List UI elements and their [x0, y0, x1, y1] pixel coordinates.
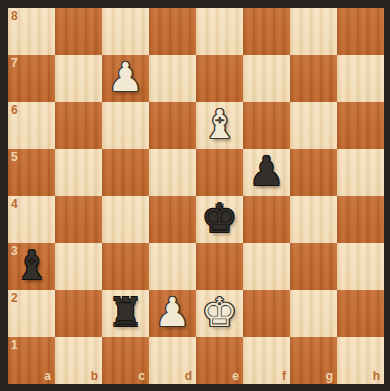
square-c1[interactable]: c: [102, 337, 149, 384]
square-d4[interactable]: [149, 196, 196, 243]
square-a3[interactable]: 3♝: [8, 243, 55, 290]
white-king-piece[interactable]: ♚: [202, 289, 238, 336]
square-c7[interactable]: ♟: [102, 55, 149, 102]
square-b8[interactable]: [55, 8, 102, 55]
square-h6[interactable]: [337, 102, 384, 149]
square-e4[interactable]: ♚: [196, 196, 243, 243]
file-label-c: c: [138, 369, 145, 383]
black-pawn-piece[interactable]: ♟: [249, 148, 285, 195]
square-h4[interactable]: [337, 196, 384, 243]
square-d8[interactable]: [149, 8, 196, 55]
white-bishop-piece[interactable]: ♝: [202, 101, 238, 148]
black-bishop-piece[interactable]: ♝: [14, 242, 50, 289]
file-label-b: b: [91, 369, 98, 383]
square-f1[interactable]: f: [243, 337, 290, 384]
square-g2[interactable]: [290, 290, 337, 337]
square-h2[interactable]: [337, 290, 384, 337]
rank-label-6: 6: [11, 103, 18, 117]
square-f3[interactable]: [243, 243, 290, 290]
square-g8[interactable]: [290, 8, 337, 55]
square-f2[interactable]: [243, 290, 290, 337]
rank-label-2: 2: [11, 291, 18, 305]
square-b2[interactable]: [55, 290, 102, 337]
square-d3[interactable]: [149, 243, 196, 290]
rank-label-4: 4: [11, 197, 18, 211]
file-label-d: d: [185, 369, 192, 383]
rank-label-5: 5: [11, 150, 18, 164]
square-f7[interactable]: [243, 55, 290, 102]
square-h7[interactable]: [337, 55, 384, 102]
square-e2[interactable]: ♚: [196, 290, 243, 337]
square-d2[interactable]: ♟: [149, 290, 196, 337]
square-d5[interactable]: [149, 149, 196, 196]
square-f8[interactable]: [243, 8, 290, 55]
square-g7[interactable]: [290, 55, 337, 102]
square-a1[interactable]: 1a: [8, 337, 55, 384]
square-b5[interactable]: [55, 149, 102, 196]
square-e7[interactable]: [196, 55, 243, 102]
square-h8[interactable]: [337, 8, 384, 55]
square-a2[interactable]: 2: [8, 290, 55, 337]
white-pawn-piece[interactable]: ♟: [155, 289, 191, 336]
square-g6[interactable]: [290, 102, 337, 149]
square-c4[interactable]: [102, 196, 149, 243]
chess-board: 87♟6♝5♟4♚3♝2♜♟♚1abcdefgh: [8, 8, 384, 384]
square-e5[interactable]: [196, 149, 243, 196]
file-label-g: g: [326, 369, 333, 383]
square-a6[interactable]: 6: [8, 102, 55, 149]
white-pawn-piece[interactable]: ♟: [108, 54, 144, 101]
square-d1[interactable]: d: [149, 337, 196, 384]
square-f6[interactable]: [243, 102, 290, 149]
square-c3[interactable]: [102, 243, 149, 290]
black-rook-piece[interactable]: ♜: [108, 289, 144, 336]
board-frame: 87♟6♝5♟4♚3♝2♜♟♚1abcdefgh: [0, 0, 390, 391]
square-f4[interactable]: [243, 196, 290, 243]
square-a5[interactable]: 5: [8, 149, 55, 196]
file-label-a: a: [44, 369, 51, 383]
square-h5[interactable]: [337, 149, 384, 196]
square-h3[interactable]: [337, 243, 384, 290]
square-g3[interactable]: [290, 243, 337, 290]
rank-label-7: 7: [11, 56, 18, 70]
square-b4[interactable]: [55, 196, 102, 243]
square-a4[interactable]: 4: [8, 196, 55, 243]
square-b3[interactable]: [55, 243, 102, 290]
rank-label-8: 8: [11, 9, 18, 23]
square-c6[interactable]: [102, 102, 149, 149]
rank-label-1: 1: [11, 338, 18, 352]
square-b7[interactable]: [55, 55, 102, 102]
square-d6[interactable]: [149, 102, 196, 149]
square-c8[interactable]: [102, 8, 149, 55]
square-e8[interactable]: [196, 8, 243, 55]
square-a7[interactable]: 7: [8, 55, 55, 102]
square-c5[interactable]: [102, 149, 149, 196]
square-g1[interactable]: g: [290, 337, 337, 384]
square-g4[interactable]: [290, 196, 337, 243]
square-h1[interactable]: h: [337, 337, 384, 384]
square-c2[interactable]: ♜: [102, 290, 149, 337]
square-d7[interactable]: [149, 55, 196, 102]
file-label-e: e: [232, 369, 239, 383]
square-a8[interactable]: 8: [8, 8, 55, 55]
black-king-piece[interactable]: ♚: [202, 195, 238, 242]
square-g5[interactable]: [290, 149, 337, 196]
file-label-h: h: [373, 369, 380, 383]
square-b1[interactable]: b: [55, 337, 102, 384]
chess-app: 87♟6♝5♟4♚3♝2♜♟♚1abcdefgh: [0, 0, 390, 391]
square-e3[interactable]: [196, 243, 243, 290]
square-e6[interactable]: ♝: [196, 102, 243, 149]
file-label-f: f: [282, 369, 286, 383]
square-b6[interactable]: [55, 102, 102, 149]
square-f5[interactable]: ♟: [243, 149, 290, 196]
square-e1[interactable]: e: [196, 337, 243, 384]
